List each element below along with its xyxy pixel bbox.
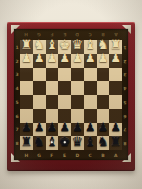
rank-label-right: 1 xyxy=(123,44,126,49)
square xyxy=(97,54,110,68)
square xyxy=(33,109,46,123)
square xyxy=(58,40,71,54)
square xyxy=(109,68,122,82)
square xyxy=(84,95,97,109)
file-label-bottom: G xyxy=(37,153,41,158)
board-grid xyxy=(20,40,122,150)
square xyxy=(46,54,59,68)
square xyxy=(20,136,33,150)
square xyxy=(20,123,33,137)
square xyxy=(58,95,71,109)
square xyxy=(71,123,84,137)
square xyxy=(46,68,59,82)
square xyxy=(109,136,122,150)
square xyxy=(97,109,110,123)
rank-label-left: 3 xyxy=(15,72,18,77)
file-label-bottom: B xyxy=(101,153,104,158)
square xyxy=(109,109,122,123)
square xyxy=(33,123,46,137)
rank-label-right: 6 xyxy=(123,113,126,118)
square xyxy=(33,95,46,109)
rank-label-right: 2 xyxy=(123,58,126,63)
square xyxy=(109,81,122,95)
file-label-top: F xyxy=(50,32,53,37)
square xyxy=(58,136,71,150)
square xyxy=(20,68,33,82)
square xyxy=(46,123,59,137)
square xyxy=(58,54,71,68)
rank-label-left: 6 xyxy=(15,113,18,118)
square xyxy=(20,54,33,68)
square xyxy=(84,81,97,95)
file-label-bottom: A xyxy=(114,153,117,158)
square xyxy=(46,95,59,109)
file-label-top: D xyxy=(76,32,80,37)
square xyxy=(33,40,46,54)
rank-label-right: 7 xyxy=(123,127,126,132)
rank-label-left: 5 xyxy=(15,99,18,104)
square xyxy=(58,81,71,95)
square xyxy=(97,40,110,54)
square xyxy=(97,123,110,137)
rank-label-left: 2 xyxy=(15,58,18,63)
square xyxy=(33,54,46,68)
rank-label-right: 4 xyxy=(123,86,126,91)
square xyxy=(97,68,110,82)
square xyxy=(71,40,84,54)
square xyxy=(84,54,97,68)
rank-label-right: 3 xyxy=(123,72,126,77)
file-label-top: E xyxy=(63,32,66,37)
square xyxy=(46,136,59,150)
square xyxy=(97,81,110,95)
square xyxy=(33,136,46,150)
square xyxy=(20,81,33,95)
chess-board: ♜♞♝♚♛♝♞♜♟♟♟♟♟♟♟♟♟♟♟♟♟♟♟♟♜♞♝♚♛♝♞♜ 1122334… xyxy=(14,29,128,160)
square xyxy=(20,40,33,54)
square xyxy=(97,95,110,109)
file-label-top: H xyxy=(24,32,28,37)
square xyxy=(46,81,59,95)
square xyxy=(71,109,84,123)
square xyxy=(84,109,97,123)
rank-label-left: 1 xyxy=(15,44,18,49)
square xyxy=(20,109,33,123)
square xyxy=(58,109,71,123)
square xyxy=(84,136,97,150)
square xyxy=(33,68,46,82)
file-label-top: A xyxy=(114,32,117,37)
square xyxy=(71,95,84,109)
square xyxy=(46,40,59,54)
rank-label-left: 4 xyxy=(15,86,18,91)
square xyxy=(58,123,71,137)
file-label-bottom: E xyxy=(63,153,66,158)
rank-label-right: 8 xyxy=(123,141,126,146)
square xyxy=(71,68,84,82)
square xyxy=(84,123,97,137)
square xyxy=(109,54,122,68)
file-label-bottom: H xyxy=(24,153,28,158)
square xyxy=(84,68,97,82)
square xyxy=(109,40,122,54)
square xyxy=(58,68,71,82)
file-label-bottom: F xyxy=(50,153,53,158)
square xyxy=(97,136,110,150)
rank-label-left: 7 xyxy=(15,127,18,132)
rank-label-left: 8 xyxy=(15,141,18,146)
file-label-top: G xyxy=(37,32,41,37)
file-label-bottom: D xyxy=(76,153,80,158)
chess-set-photo: ♜♞♝♚♛♝♞♜♟♟♟♟♟♟♟♟♟♟♟♟♟♟♟♟♜♞♝♚♛♝♞♜ 1122334… xyxy=(0,0,142,189)
file-label-bottom: C xyxy=(88,153,91,158)
file-label-top: B xyxy=(101,32,104,37)
square xyxy=(71,54,84,68)
file-label-top: C xyxy=(88,32,91,37)
square xyxy=(33,81,46,95)
square xyxy=(71,136,84,150)
square xyxy=(46,109,59,123)
rank-label-right: 5 xyxy=(123,99,126,104)
square xyxy=(20,95,33,109)
square xyxy=(109,123,122,137)
square xyxy=(71,81,84,95)
square xyxy=(84,40,97,54)
square xyxy=(109,95,122,109)
